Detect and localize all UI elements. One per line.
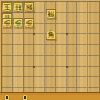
board-square[interactable] — [88, 45, 99, 56]
hand-piece-tray — [0, 92, 100, 100]
board-square[interactable] — [88, 34, 99, 45]
board-square[interactable] — [24, 34, 35, 45]
board-square[interactable] — [88, 56, 99, 67]
board-square[interactable] — [88, 67, 99, 78]
board-square[interactable] — [45, 77, 56, 88]
star-point — [66, 33, 68, 35]
board-square[interactable] — [13, 77, 24, 88]
piece-kanji: 玉 — [4, 2, 11, 11]
board-square[interactable] — [77, 67, 88, 78]
piece-kanji: 角 — [48, 31, 55, 40]
board-square[interactable] — [56, 56, 67, 67]
board-square[interactable] — [24, 77, 35, 88]
board-square[interactable] — [2, 67, 13, 78]
star-point — [66, 66, 68, 68]
board-square[interactable] — [2, 77, 13, 88]
board-square[interactable] — [88, 2, 99, 13]
piece-kanji: 歩 — [26, 18, 33, 27]
board-square[interactable] — [56, 13, 67, 24]
board-square[interactable] — [34, 2, 45, 13]
board-square[interactable] — [24, 67, 35, 78]
piece-kanji: 銀 — [26, 2, 33, 11]
board-square[interactable] — [34, 77, 45, 88]
piece-kanji: 歩 — [4, 18, 11, 27]
board-square[interactable] — [2, 34, 13, 45]
board-square[interactable] — [24, 56, 35, 67]
board-square[interactable] — [77, 34, 88, 45]
board-square[interactable] — [88, 77, 99, 88]
piece-kanji: 飛 — [48, 9, 55, 18]
board-square[interactable] — [88, 24, 99, 35]
board-square[interactable] — [2, 56, 13, 67]
board-square[interactable] — [13, 67, 24, 78]
piece-kanji: 桂 — [15, 2, 22, 11]
star-point — [33, 33, 35, 35]
shogi-app-screen: 玉桂銀香飛歩歩歩角 — [0, 0, 100, 100]
board-square[interactable] — [56, 45, 67, 56]
board-square[interactable] — [67, 77, 78, 88]
hand-piece-kanji-tip — [6, 96, 8, 99]
board-square[interactable] — [34, 34, 45, 45]
board-square[interactable] — [67, 67, 78, 78]
board-square[interactable] — [45, 56, 56, 67]
board-square[interactable] — [67, 45, 78, 56]
board-square[interactable] — [56, 24, 67, 35]
board-square[interactable] — [77, 24, 88, 35]
board-square[interactable] — [77, 45, 88, 56]
board-square[interactable] — [56, 67, 67, 78]
star-point — [33, 66, 35, 68]
board-square[interactable] — [45, 45, 56, 56]
board-square[interactable] — [2, 45, 13, 56]
board-square[interactable] — [13, 34, 24, 45]
piece-kanji: 歩 — [15, 18, 22, 27]
hand-piece[interactable] — [22, 94, 28, 100]
board-square[interactable] — [77, 77, 88, 88]
board-square[interactable] — [34, 45, 45, 56]
board-square[interactable] — [34, 56, 45, 67]
hand-piece[interactable] — [4, 94, 10, 100]
board-square[interactable] — [67, 24, 78, 35]
board-square[interactable] — [67, 2, 78, 13]
board-square[interactable] — [45, 67, 56, 78]
board-square[interactable] — [34, 13, 45, 24]
board-square[interactable] — [13, 45, 24, 56]
board-square[interactable] — [67, 13, 78, 24]
board-square[interactable] — [56, 77, 67, 88]
board-square[interactable] — [77, 2, 88, 13]
board-square[interactable] — [34, 67, 45, 78]
board-square[interactable] — [24, 45, 35, 56]
board-square[interactable] — [56, 34, 67, 45]
board-square[interactable] — [56, 2, 67, 13]
board-square[interactable] — [67, 56, 78, 67]
board-square[interactable] — [34, 24, 45, 35]
board-square[interactable] — [88, 13, 99, 24]
board-square[interactable] — [67, 34, 78, 45]
board-square[interactable] — [13, 56, 24, 67]
hand-piece-kanji-tip — [24, 96, 26, 99]
board-square[interactable] — [77, 56, 88, 67]
board-square[interactable] — [77, 13, 88, 24]
